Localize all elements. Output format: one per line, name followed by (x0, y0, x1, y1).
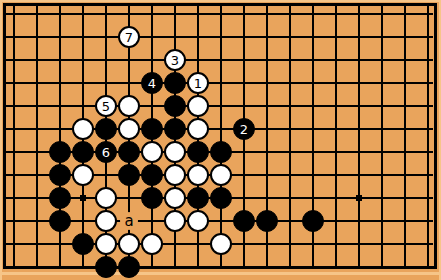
star-point (356, 195, 362, 201)
grid-line-vertical (404, 4, 406, 269)
grid-line-vertical (220, 4, 222, 269)
black-stone (210, 187, 232, 209)
white-stone-move-1: 1 (187, 72, 209, 94)
black-stone (164, 118, 186, 140)
black-stone (72, 141, 94, 163)
board-rim-bottom (3, 266, 437, 269)
grid-line-vertical (358, 4, 360, 269)
black-stone (141, 164, 163, 186)
board-rim-right (434, 3, 437, 269)
point-label-a: a (120, 212, 138, 230)
grid-line-horizontal (4, 36, 433, 38)
white-stone (95, 233, 117, 255)
black-stone-move-4: 4 (141, 72, 163, 94)
grid-line-vertical (381, 4, 383, 269)
black-stone (118, 256, 140, 278)
white-stone (72, 164, 94, 186)
black-stone (49, 210, 71, 232)
white-stone (187, 210, 209, 232)
edge-highlight-left (0, 0, 2, 280)
white-stone (210, 164, 232, 186)
white-stone-move-3: 3 (164, 49, 186, 71)
go-board: 7341526a (0, 0, 441, 280)
black-stone (95, 118, 117, 140)
black-stone (95, 256, 117, 278)
grid-line-horizontal (4, 128, 433, 130)
white-stone-move-5: 5 (95, 95, 117, 117)
black-stone (49, 141, 71, 163)
white-stone (164, 164, 186, 186)
grid-line-horizontal (4, 13, 433, 15)
white-stone (187, 118, 209, 140)
edge-highlight-top (0, 0, 441, 2)
white-stone (164, 187, 186, 209)
black-stone (302, 210, 324, 232)
black-stone (233, 210, 255, 232)
white-stone (187, 95, 209, 117)
black-stone (164, 72, 186, 94)
black-stone (141, 187, 163, 209)
black-stone-move-6: 6 (95, 141, 117, 163)
black-stone (118, 164, 140, 186)
edge-highlight-bottom (0, 272, 441, 275)
black-stone (256, 210, 278, 232)
grid-line-vertical (335, 4, 337, 269)
black-stone (49, 187, 71, 209)
white-stone (72, 118, 94, 140)
white-stone (118, 233, 140, 255)
black-stone (164, 95, 186, 117)
grid-line-vertical (13, 4, 15, 269)
black-stone (187, 141, 209, 163)
white-stone (210, 233, 232, 255)
go-diagram: 7341526a (0, 0, 441, 280)
black-stone (49, 164, 71, 186)
white-stone (141, 141, 163, 163)
board-rim-top (3, 3, 437, 6)
grid-line-vertical (36, 4, 38, 269)
black-stone (141, 118, 163, 140)
black-stone-move-2: 2 (233, 118, 255, 140)
star-point (80, 195, 86, 201)
grid-line-horizontal (4, 82, 433, 84)
black-stone (72, 233, 94, 255)
white-stone (164, 210, 186, 232)
white-stone (95, 210, 117, 232)
black-stone (118, 141, 140, 163)
grid-line-horizontal (4, 59, 433, 61)
black-stone (187, 187, 209, 209)
board-rim-left (3, 3, 6, 269)
white-stone (118, 118, 140, 140)
white-stone (95, 187, 117, 209)
black-stone (210, 141, 232, 163)
white-stone (164, 141, 186, 163)
white-stone-move-7: 7 (118, 26, 140, 48)
white-stone (141, 233, 163, 255)
grid-line-vertical (289, 4, 291, 269)
white-stone (118, 95, 140, 117)
white-stone (187, 164, 209, 186)
grid-line-vertical (427, 4, 429, 269)
grid-line-horizontal (4, 105, 433, 107)
